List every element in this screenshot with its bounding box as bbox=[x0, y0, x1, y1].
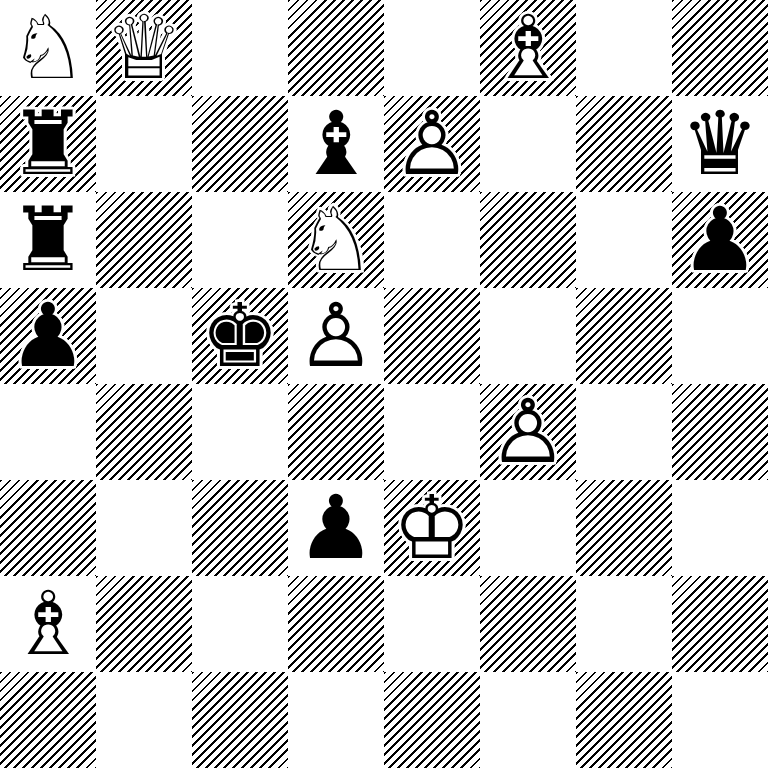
piece-glyph: ♘ bbox=[288, 192, 384, 288]
square-f4[interactable]: ♟♙ bbox=[480, 384, 576, 480]
square-e3[interactable]: ♚♔ bbox=[384, 480, 480, 576]
white-pawn: ♟♙ bbox=[480, 384, 576, 480]
white-queen: ♛♕ bbox=[96, 0, 192, 96]
square-h2[interactable] bbox=[672, 576, 768, 672]
square-c3[interactable] bbox=[192, 480, 288, 576]
square-d7[interactable]: ♝♝ bbox=[288, 96, 384, 192]
square-b2[interactable] bbox=[96, 576, 192, 672]
black-pawn: ♟♟ bbox=[0, 288, 96, 384]
square-a6[interactable]: ♜♜ bbox=[0, 192, 96, 288]
square-h7[interactable]: ♛♛ bbox=[672, 96, 768, 192]
white-bishop: ♝♗ bbox=[480, 0, 576, 96]
square-h3[interactable] bbox=[672, 480, 768, 576]
piece-glyph: ♙ bbox=[288, 288, 384, 384]
square-g8[interactable] bbox=[576, 0, 672, 96]
square-g3[interactable] bbox=[576, 480, 672, 576]
piece-glyph: ♙ bbox=[480, 384, 576, 480]
square-b8[interactable]: ♛♕ bbox=[96, 0, 192, 96]
square-c4[interactable] bbox=[192, 384, 288, 480]
white-pawn: ♟♙ bbox=[384, 96, 480, 192]
square-d4[interactable] bbox=[288, 384, 384, 480]
square-f7[interactable] bbox=[480, 96, 576, 192]
square-g4[interactable] bbox=[576, 384, 672, 480]
square-e2[interactable] bbox=[384, 576, 480, 672]
piece-glyph: ♘ bbox=[0, 0, 96, 96]
square-d3[interactable]: ♟♟ bbox=[288, 480, 384, 576]
square-g2[interactable] bbox=[576, 576, 672, 672]
square-g6[interactable] bbox=[576, 192, 672, 288]
piece-glyph: ♚ bbox=[192, 288, 288, 384]
piece-glyph: ♕ bbox=[96, 0, 192, 96]
black-rook: ♜♜ bbox=[0, 192, 96, 288]
black-queen: ♛♛ bbox=[672, 96, 768, 192]
square-h6[interactable]: ♟♟ bbox=[672, 192, 768, 288]
square-c2[interactable] bbox=[192, 576, 288, 672]
square-f6[interactable] bbox=[480, 192, 576, 288]
square-f2[interactable] bbox=[480, 576, 576, 672]
square-h8[interactable] bbox=[672, 0, 768, 96]
square-a2[interactable]: ♝♗ bbox=[0, 576, 96, 672]
square-b6[interactable] bbox=[96, 192, 192, 288]
piece-glyph: ♗ bbox=[480, 0, 576, 96]
square-a4[interactable] bbox=[0, 384, 96, 480]
square-a1[interactable] bbox=[0, 672, 96, 768]
square-g5[interactable] bbox=[576, 288, 672, 384]
white-knight: ♞♘ bbox=[0, 0, 96, 96]
piece-glyph: ♔ bbox=[384, 480, 480, 576]
square-c1[interactable] bbox=[192, 672, 288, 768]
piece-glyph: ♙ bbox=[384, 96, 480, 192]
square-f3[interactable] bbox=[480, 480, 576, 576]
white-bishop: ♝♗ bbox=[0, 576, 96, 672]
square-a5[interactable]: ♟♟ bbox=[0, 288, 96, 384]
white-king: ♚♔ bbox=[384, 480, 480, 576]
piece-glyph: ♟ bbox=[288, 480, 384, 576]
square-d2[interactable] bbox=[288, 576, 384, 672]
piece-glyph: ♗ bbox=[0, 576, 96, 672]
square-b4[interactable] bbox=[96, 384, 192, 480]
square-b7[interactable] bbox=[96, 96, 192, 192]
white-knight: ♞♘ bbox=[288, 192, 384, 288]
square-f1[interactable] bbox=[480, 672, 576, 768]
piece-glyph: ♝ bbox=[288, 96, 384, 192]
square-e8[interactable] bbox=[384, 0, 480, 96]
square-f8[interactable]: ♝♗ bbox=[480, 0, 576, 96]
square-d1[interactable] bbox=[288, 672, 384, 768]
piece-glyph: ♜ bbox=[0, 96, 96, 192]
square-d6[interactable]: ♞♘ bbox=[288, 192, 384, 288]
square-c6[interactable] bbox=[192, 192, 288, 288]
square-e6[interactable] bbox=[384, 192, 480, 288]
square-h5[interactable] bbox=[672, 288, 768, 384]
piece-glyph: ♜ bbox=[0, 192, 96, 288]
square-e1[interactable] bbox=[384, 672, 480, 768]
piece-glyph: ♟ bbox=[672, 192, 768, 288]
square-g7[interactable] bbox=[576, 96, 672, 192]
square-b5[interactable] bbox=[96, 288, 192, 384]
square-e5[interactable] bbox=[384, 288, 480, 384]
black-bishop: ♝♝ bbox=[288, 96, 384, 192]
square-a7[interactable]: ♜♜ bbox=[0, 96, 96, 192]
square-b1[interactable] bbox=[96, 672, 192, 768]
black-king: ♚♚ bbox=[192, 288, 288, 384]
square-c5[interactable]: ♚♚ bbox=[192, 288, 288, 384]
square-c7[interactable] bbox=[192, 96, 288, 192]
white-pawn: ♟♙ bbox=[288, 288, 384, 384]
square-g1[interactable] bbox=[576, 672, 672, 768]
black-pawn: ♟♟ bbox=[288, 480, 384, 576]
square-f5[interactable] bbox=[480, 288, 576, 384]
piece-glyph: ♟ bbox=[0, 288, 96, 384]
chess-board: ♞♘♛♕♝♗♜♜♝♝♟♙♛♛♜♜♞♘♟♟♟♟♚♚♟♙♟♙♟♟♚♔♝♗ bbox=[0, 0, 768, 768]
square-h1[interactable] bbox=[672, 672, 768, 768]
square-d5[interactable]: ♟♙ bbox=[288, 288, 384, 384]
square-d8[interactable] bbox=[288, 0, 384, 96]
square-a8[interactable]: ♞♘ bbox=[0, 0, 96, 96]
square-c8[interactable] bbox=[192, 0, 288, 96]
black-pawn: ♟♟ bbox=[672, 192, 768, 288]
square-a3[interactable] bbox=[0, 480, 96, 576]
square-h4[interactable] bbox=[672, 384, 768, 480]
square-e4[interactable] bbox=[384, 384, 480, 480]
piece-glyph: ♛ bbox=[672, 96, 768, 192]
black-rook: ♜♜ bbox=[0, 96, 96, 192]
square-b3[interactable] bbox=[96, 480, 192, 576]
square-e7[interactable]: ♟♙ bbox=[384, 96, 480, 192]
